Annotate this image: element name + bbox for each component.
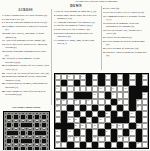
clue: 22 Article the lay heart of operetta: lo… [2, 72, 49, 75]
clue-number: 35 [118, 124, 120, 126]
down-clue-list: 1 Part of each bought up long lost (3,5)… [54, 10, 98, 46]
clue: 12 Bone they buried, and bone a friend a… [2, 32, 49, 38]
clue: 7 I dropped it: ham, eggs, pepper and sa… [54, 39, 98, 45]
clue-number: 48 [137, 142, 139, 144]
clue: 2 Works done inside body for waterless p… [54, 14, 98, 20]
clue: 14 NOW able to be involved in American D… [2, 43, 49, 49]
clue-number: 14 [112, 93, 114, 95]
clue: 8 Play calls (4) [103, 7, 148, 10]
clue-number: 26 [131, 112, 133, 114]
clue-number: 12 [124, 87, 126, 89]
down-clue-list-continued: 8 Play calls (4)11 Reeds recently receiv… [103, 7, 148, 57]
clue-number: 17 [62, 99, 64, 101]
clue-number: 34 [112, 124, 114, 126]
clue-number: 36 [137, 124, 139, 126]
clue: 20 Sedimentary essence of river stock, w… [2, 64, 49, 70]
clue-number: 41 [69, 136, 71, 138]
clue-number: 38 [69, 130, 71, 132]
clue-number: 24 [69, 112, 71, 114]
clue-number: 3 [81, 75, 82, 77]
across-clue-list: 1 What a union strike set back follows (… [2, 14, 49, 96]
clue-number: 1 [56, 75, 57, 77]
clue-number: 8 [143, 75, 144, 77]
clue-number: 13 [93, 93, 95, 95]
clue: 27 Balance clock reading the wrong way (… [103, 51, 148, 57]
clue-number: 16 [56, 99, 58, 101]
clue-number: 46 [124, 136, 126, 138]
clue: 5 Start adjective for a candle? (8) [54, 28, 98, 31]
clue: 23 Scare hundreds in help in museums (6) [103, 40, 148, 46]
down-header: DOWN [54, 5, 98, 9]
clue: 24 Southerner going off talent, providin… [2, 75, 49, 81]
clue: 18 An awful return amount? Illegal switc… [2, 57, 49, 63]
clue: 1 Part of each bought up long lost (3,5) [54, 10, 98, 13]
solution-caption: Last Week's Puzzle Solved [2, 106, 50, 109]
clue-number: 6 [118, 75, 119, 77]
clue-number: 21 [137, 99, 139, 101]
clue-number: 10 [100, 87, 102, 89]
clue: 11 Reeds recently receive studies (10) [103, 11, 148, 14]
clue: 19 Drill in factory line, facing like a … [103, 29, 148, 35]
column-divider [51, 9, 52, 105]
letter-cell [142, 142, 148, 148]
across-clue-column: ACROSS 1 What a union strike set back fo… [2, 9, 49, 97]
clue: 13 Agreed of husband to take shame (4) [2, 39, 49, 42]
clue-number: 27 [69, 118, 71, 120]
clue-number: 28 [75, 118, 77, 120]
clue-number: 11 [112, 87, 114, 89]
clue: 9 Lawless legislator going in to pieces … [2, 21, 49, 24]
clue-number: 9 [56, 87, 57, 89]
clue: 25 Used to know of suddenly (4) [103, 47, 148, 50]
clue: 15 Communication is a person's failing (… [103, 15, 148, 21]
clue-number: 39 [106, 130, 108, 132]
clue-number: 42 [75, 136, 77, 138]
clue-number: 25 [106, 112, 108, 114]
page-tagline: Try your skill with this week's crosswor… [44, 0, 148, 3]
down-clue-column: DOWN 1 Part of each bought up long lost … [54, 5, 98, 46]
clue: 4 I go for last group of figures (2,6) [54, 24, 98, 27]
clue-number: 7 [131, 75, 132, 77]
clue-number: 18 [75, 99, 77, 101]
newspaper-crossword-page: Try your skill with this week's crosswor… [0, 0, 150, 150]
clue: 26 French painters in small, understood … [2, 82, 49, 88]
clue-number: 2 [69, 75, 70, 77]
down-clue-column-continued: 8 Play calls (4)11 Reeds recently receiv… [103, 7, 148, 58]
clue-number: 33 [93, 124, 95, 126]
crossword-grid: 1234567891011121314151617181920212223242… [54, 73, 149, 149]
clue-number: 43 [93, 136, 95, 138]
clue-number: 47 [56, 142, 58, 144]
clue-number: 4 [93, 75, 94, 77]
clue: 28 Error caught by two different boys in… [2, 90, 49, 96]
clue: 6 Misdirection open in misword via subsi… [54, 32, 98, 38]
clue-number: 23 [137, 105, 139, 107]
clue: 1 What a union strike set back follows (… [2, 14, 49, 17]
clue: 10 Wrongly principals learned of a switc… [2, 25, 49, 31]
clue: 5 Flag with a cry (7) [2, 18, 49, 21]
clue-number: 29 [87, 118, 89, 120]
clue-number: 32 [81, 124, 83, 126]
clue: 21 Purest bread chosen (6) [103, 36, 148, 39]
clue: 16 Down equations: nothing scared away (… [2, 50, 49, 56]
clue-number: 44 [100, 136, 102, 138]
previous-solution-grid [3, 111, 50, 151]
clue-number: 19 [87, 99, 89, 101]
clue-number: 15 [143, 93, 145, 95]
solution-letter-cell [46, 147, 49, 150]
clue-number: 31 [75, 124, 77, 126]
clue-number: 22 [56, 105, 58, 107]
clue-number: 30 [100, 118, 102, 120]
across-header: ACROSS [2, 9, 49, 13]
column-divider [101, 6, 102, 70]
clue-number: 20 [118, 99, 120, 101]
clue-number: 40 [131, 130, 133, 132]
clue-number: 45 [118, 136, 120, 138]
clue: 17 Blacken in company with cars surround… [103, 22, 148, 28]
clue: 3 A tooling remainder for industry (5) [54, 21, 98, 24]
clue-number: 5 [106, 75, 107, 77]
clue-number: 37 [56, 130, 58, 132]
